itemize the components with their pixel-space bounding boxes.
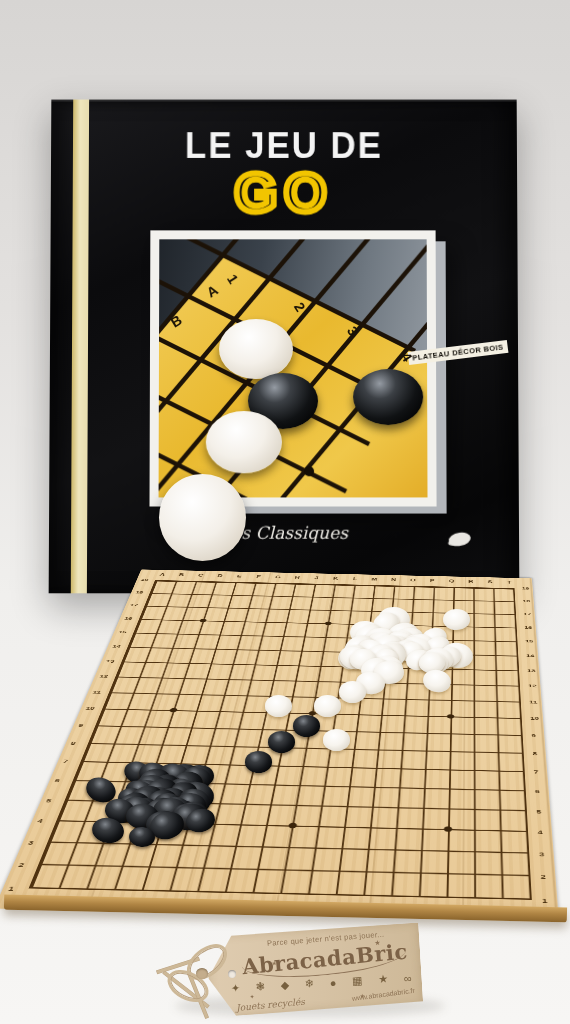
row-label: 2	[540, 873, 551, 880]
star-point	[449, 624, 456, 628]
col-label: T	[504, 580, 514, 584]
go-board: ABCDEFGHJKLMNOPQRST ABCDEFGHJKLMNOPQRST …	[0, 209, 570, 922]
col-label: F	[253, 575, 264, 579]
star-point	[447, 714, 454, 718]
row-label: 3	[539, 850, 549, 857]
row-label: 13	[527, 668, 536, 673]
row-label: 10	[530, 716, 539, 721]
star-point	[324, 622, 331, 626]
board-grid	[29, 580, 532, 900]
row-label: 8	[532, 750, 541, 756]
row-label: 16	[124, 616, 134, 620]
col-label: G	[273, 575, 284, 579]
row-label: 6	[535, 788, 545, 794]
row-label: 1	[542, 897, 553, 905]
film-reel-icon: ▦	[352, 974, 363, 988]
star-point	[444, 826, 452, 832]
row-label: 11	[529, 699, 538, 704]
col-label: P	[427, 579, 437, 583]
row-label: 7	[62, 758, 74, 764]
col-label: H	[292, 576, 303, 580]
row-label: 12	[99, 674, 109, 679]
row-label: 6	[54, 777, 66, 783]
row-label: 19	[522, 586, 530, 590]
star-point	[288, 823, 297, 829]
row-label: 5	[536, 808, 546, 815]
row-label: 14	[112, 644, 122, 649]
col-label: S	[485, 580, 495, 584]
col-label: C	[195, 573, 206, 577]
col-label: N	[389, 578, 399, 582]
row-label: 11	[92, 689, 103, 694]
star-icon: ★	[378, 973, 389, 987]
snowflake-icon: ❄	[305, 977, 315, 991]
row-label: 2	[17, 861, 30, 868]
row-label: 14	[526, 653, 534, 658]
row-label: 8	[70, 740, 81, 746]
col-label: J	[311, 576, 321, 580]
col-label: O	[408, 578, 418, 582]
bauble-icon: ●	[329, 976, 336, 988]
col-label: A	[157, 573, 168, 577]
row-label: 15	[118, 630, 128, 634]
row-label: 4	[36, 818, 48, 825]
star-point	[131, 819, 141, 825]
product-photo-scene: LE JEU DE GO	[0, 0, 570, 1024]
rings-icon: ∞	[403, 972, 412, 984]
row-label: 12	[528, 683, 537, 688]
row-label: 9	[78, 722, 89, 728]
row-label: 5	[45, 797, 57, 803]
twine-knot	[196, 968, 208, 979]
star-icon: ★	[359, 992, 365, 999]
row-label: 3	[27, 839, 40, 846]
row-label: 15	[525, 639, 533, 644]
row-label: 13	[105, 658, 115, 663]
star-point	[199, 619, 207, 623]
twine-bow	[156, 936, 276, 1024]
diamond-icon: ◆	[280, 979, 289, 992]
col-label: K	[331, 576, 341, 580]
row-label: 18	[522, 599, 530, 603]
col-label: Q	[447, 579, 457, 583]
row-label: 16	[524, 625, 532, 629]
row-label: 19	[140, 578, 149, 582]
row-label: 1	[7, 885, 21, 893]
row-label: 9	[531, 733, 540, 739]
row-label: 4	[537, 829, 547, 836]
row-label: 17	[129, 603, 138, 607]
col-label: E	[234, 574, 245, 578]
col-label: M	[369, 577, 379, 581]
star-point	[308, 711, 316, 715]
col-label: D	[215, 574, 226, 578]
col-label: B	[176, 573, 187, 577]
row-label: 18	[135, 590, 144, 594]
go-board-face: ABCDEFGHJKLMNOPQRST ABCDEFGHJKLMNOPQRST …	[0, 569, 559, 921]
col-label: R	[466, 580, 476, 584]
col-label: L	[350, 577, 360, 581]
row-label: 10	[85, 706, 96, 711]
row-label: 7	[534, 769, 544, 775]
star-icon: ★	[374, 939, 381, 947]
row-label: 17	[523, 612, 531, 616]
star-point	[169, 708, 178, 712]
